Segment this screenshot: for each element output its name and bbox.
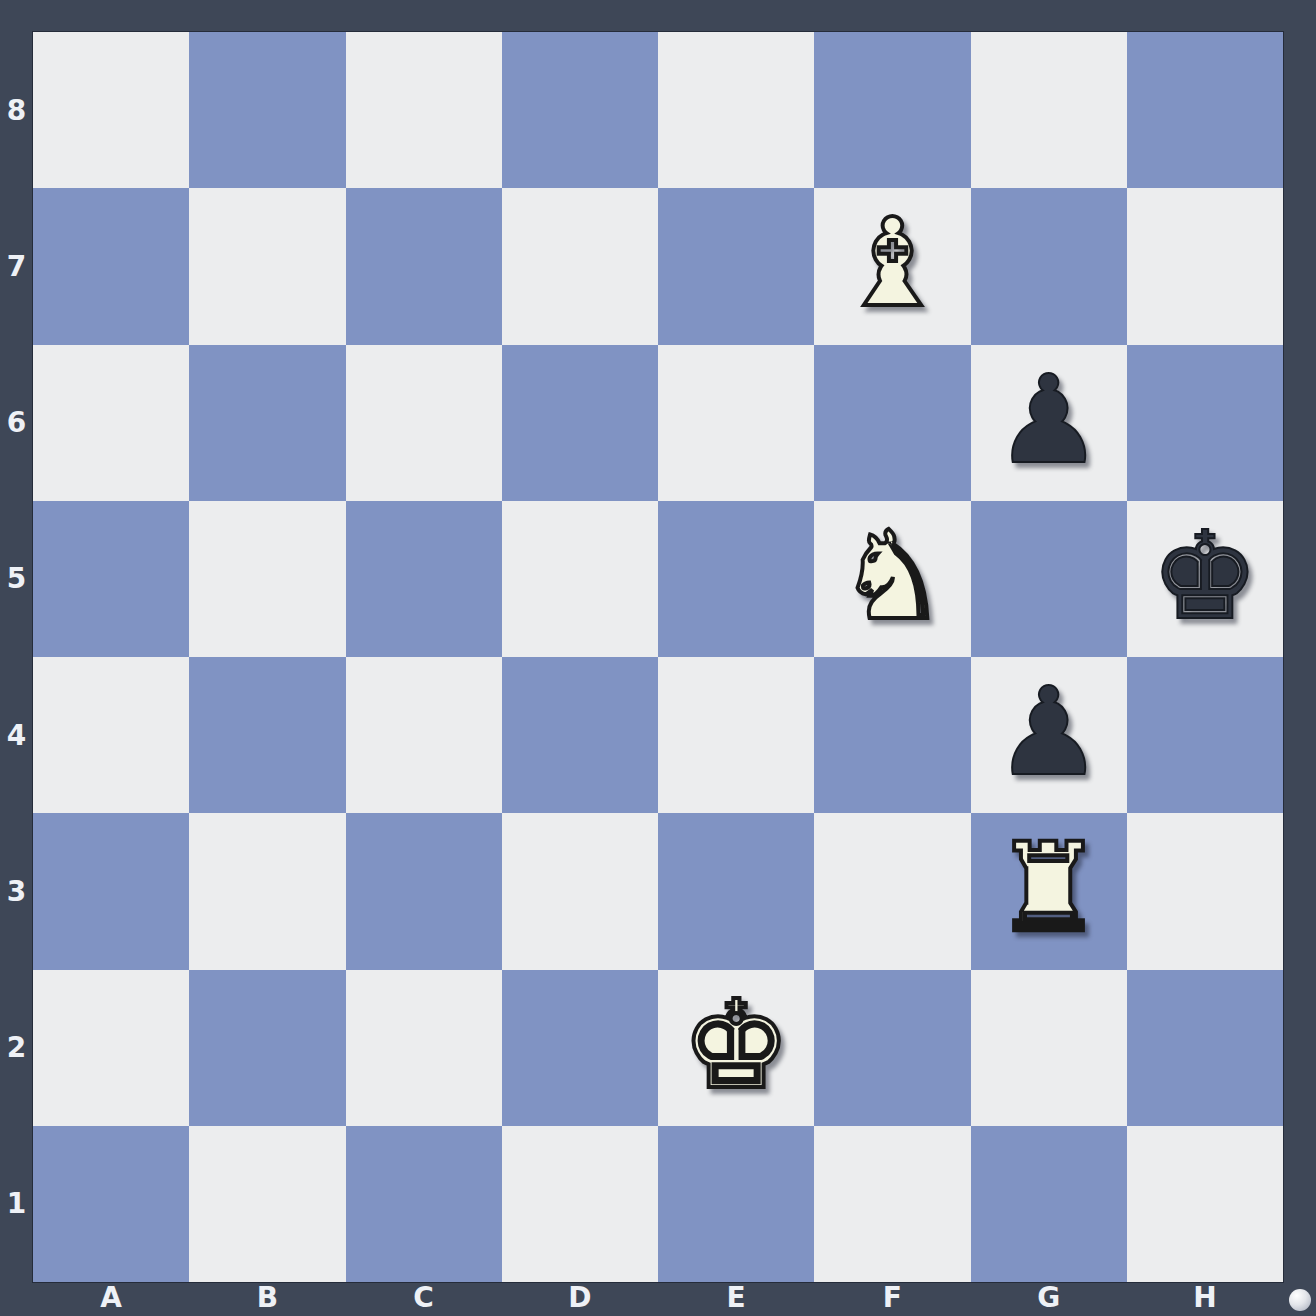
square-h7[interactable] [1127, 188, 1283, 344]
file-label-d: D [502, 1282, 658, 1316]
square-e4[interactable] [658, 657, 814, 813]
black-king[interactable]: ♚ [1150, 515, 1259, 637]
rank-label-8: 8 [0, 32, 33, 188]
square-b2[interactable] [189, 970, 345, 1126]
square-e2[interactable]: ♚ [658, 970, 814, 1126]
rank-label-2: 2 [0, 970, 33, 1126]
square-g3[interactable]: ♜ [971, 813, 1127, 969]
rank-label-4: 4 [0, 657, 33, 813]
square-d5[interactable] [502, 501, 658, 657]
square-d4[interactable] [502, 657, 658, 813]
square-b3[interactable] [189, 813, 345, 969]
square-e8[interactable] [658, 32, 814, 188]
square-g2[interactable] [971, 970, 1127, 1126]
square-f6[interactable] [814, 345, 970, 501]
square-f2[interactable] [814, 970, 970, 1126]
file-label-a: A [33, 1282, 189, 1316]
white-king[interactable]: ♚ [681, 984, 790, 1106]
square-f7[interactable]: ♝ [814, 188, 970, 344]
rank-label-6: 6 [0, 345, 33, 501]
square-a4[interactable] [33, 657, 189, 813]
square-b1[interactable] [189, 1126, 345, 1282]
rank-labels: 87654321 [0, 32, 33, 1282]
square-g4[interactable]: ♟ [971, 657, 1127, 813]
square-h3[interactable] [1127, 813, 1283, 969]
square-c7[interactable] [346, 188, 502, 344]
square-e3[interactable] [658, 813, 814, 969]
square-e1[interactable] [658, 1126, 814, 1282]
square-h4[interactable] [1127, 657, 1283, 813]
square-f3[interactable] [814, 813, 970, 969]
square-h6[interactable] [1127, 345, 1283, 501]
square-h5[interactable]: ♚ [1127, 501, 1283, 657]
square-d1[interactable] [502, 1126, 658, 1282]
square-a7[interactable] [33, 188, 189, 344]
square-c1[interactable] [346, 1126, 502, 1282]
white-knight[interactable]: ♞ [838, 515, 947, 637]
square-b4[interactable] [189, 657, 345, 813]
square-b8[interactable] [189, 32, 345, 188]
square-f5[interactable]: ♞ [814, 501, 970, 657]
square-a5[interactable] [33, 501, 189, 657]
square-g1[interactable] [971, 1126, 1127, 1282]
rank-label-1: 1 [0, 1126, 33, 1282]
square-h8[interactable] [1127, 32, 1283, 188]
square-a8[interactable] [33, 32, 189, 188]
square-g8[interactable] [971, 32, 1127, 188]
square-a2[interactable] [33, 970, 189, 1126]
white-to-move-indicator [1289, 1289, 1311, 1311]
file-label-g: G [971, 1282, 1127, 1316]
square-d3[interactable] [502, 813, 658, 969]
file-label-h: H [1127, 1282, 1283, 1316]
file-label-b: B [189, 1282, 345, 1316]
square-c2[interactable] [346, 970, 502, 1126]
square-h2[interactable] [1127, 970, 1283, 1126]
rank-label-3: 3 [0, 813, 33, 969]
square-a3[interactable] [33, 813, 189, 969]
square-c6[interactable] [346, 345, 502, 501]
file-label-c: C [346, 1282, 502, 1316]
square-f1[interactable] [814, 1126, 970, 1282]
black-pawn[interactable]: ♟ [994, 359, 1103, 481]
white-bishop[interactable]: ♝ [838, 202, 947, 324]
square-b5[interactable] [189, 501, 345, 657]
square-d6[interactable] [502, 345, 658, 501]
square-a1[interactable] [33, 1126, 189, 1282]
square-e6[interactable] [658, 345, 814, 501]
white-rook[interactable]: ♜ [994, 827, 1103, 949]
square-c8[interactable] [346, 32, 502, 188]
black-pawn[interactable]: ♟ [994, 671, 1103, 793]
file-label-e: E [658, 1282, 814, 1316]
square-e5[interactable] [658, 501, 814, 657]
square-f4[interactable] [814, 657, 970, 813]
square-d7[interactable] [502, 188, 658, 344]
square-g6[interactable]: ♟ [971, 345, 1127, 501]
square-c4[interactable] [346, 657, 502, 813]
square-e7[interactable] [658, 188, 814, 344]
square-b6[interactable] [189, 345, 345, 501]
square-c3[interactable] [346, 813, 502, 969]
square-g5[interactable] [971, 501, 1127, 657]
board-frame: ♝♟♞♚♟♜♚ ABCDEFGH 87654321 [0, 0, 1316, 1316]
file-labels: ABCDEFGH [33, 1282, 1283, 1316]
rank-label-7: 7 [0, 188, 33, 344]
square-b7[interactable] [189, 188, 345, 344]
square-g7[interactable] [971, 188, 1127, 344]
chess-board[interactable]: ♝♟♞♚♟♜♚ [33, 32, 1283, 1282]
square-d8[interactable] [502, 32, 658, 188]
rank-label-5: 5 [0, 501, 33, 657]
square-c5[interactable] [346, 501, 502, 657]
square-d2[interactable] [502, 970, 658, 1126]
square-h1[interactable] [1127, 1126, 1283, 1282]
square-f8[interactable] [814, 32, 970, 188]
square-a6[interactable] [33, 345, 189, 501]
file-label-f: F [814, 1282, 970, 1316]
